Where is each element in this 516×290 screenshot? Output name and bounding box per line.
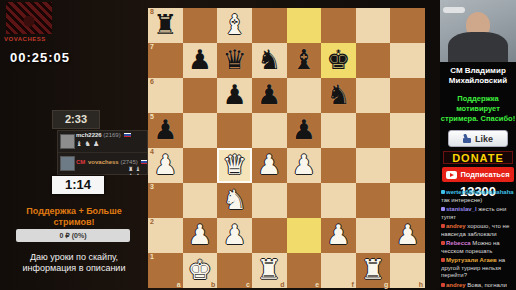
chat-message-2: andrey хорошо, что не навсегда заблокали — [441, 223, 515, 238]
square-a5[interactable]: 5♟ — [148, 113, 183, 148]
white-player-captured-pieces: ♜ ♝ ♟ ♟ ♟ — [128, 165, 147, 175]
black-player-avatar — [60, 134, 75, 149]
right-panel: СМ Владимир Михайловский Поддержка мотив… — [440, 0, 516, 290]
square-c7[interactable]: ♛ — [217, 43, 252, 78]
chat-username[interactable]: Rebecca — [446, 240, 472, 246]
square-b5[interactable] — [183, 113, 218, 148]
black-player-clock: 2:33 — [52, 110, 100, 129]
square-c6[interactable]: ♟ — [217, 78, 252, 113]
square-a1[interactable]: 1a — [148, 253, 183, 288]
square-b2[interactable]: ♟ — [183, 218, 218, 253]
chat-feed[interactable]: werten666ahahahahaha так интересне)stani… — [441, 189, 515, 289]
square-d6[interactable]: ♟ — [252, 78, 287, 113]
chat-message-0: werten666ahahahahaha так интересне) — [441, 189, 515, 204]
chat-message-5: andrey Вова, погнали штурмчик решаем — [441, 282, 515, 290]
youtube-play-icon — [446, 171, 457, 179]
square-e8[interactable] — [287, 8, 322, 43]
subscribe-button-label: Подписаться — [460, 170, 509, 179]
square-a3[interactable]: 3 — [148, 183, 183, 218]
chat-user-badge-icon — [441, 241, 445, 245]
white-player-avatar — [60, 156, 75, 171]
session-timer: 00:25:05 — [10, 50, 70, 65]
square-d4[interactable]: ♟ — [252, 148, 287, 183]
webcam-nickname-badge — [443, 7, 465, 13]
donate-button[interactable]: DONATE — [443, 151, 513, 164]
stream-overlay: VOVACHESS 00:25:05 2:33 mch2226 (2169) ♝… — [0, 0, 516, 290]
chat-username[interactable]: andrey — [446, 223, 467, 229]
square-e4[interactable]: ♟ — [287, 148, 322, 183]
square-b3[interactable] — [183, 183, 218, 218]
file-label-c: c — [246, 281, 250, 288]
black-player-captured-pieces: ♝ ♞ ♟ — [76, 140, 99, 148]
square-f8[interactable] — [321, 8, 356, 43]
white-bishop-c8[interactable]: ♝ — [217, 8, 252, 43]
square-a4[interactable]: 4♟ — [148, 148, 183, 183]
square-f1[interactable]: f — [321, 253, 356, 288]
square-e2[interactable] — [287, 218, 322, 253]
black-player-rating: (2169) — [103, 132, 120, 138]
white-pawn-c2[interactable]: ♟ — [217, 218, 252, 253]
white-player-clock: 1:14 — [52, 176, 104, 194]
webcam-view — [440, 0, 516, 62]
donation-goal-title: Поддержка + Больше стримов! — [0, 206, 148, 228]
black-pawn-a5[interactable]: ♟ — [148, 113, 183, 148]
square-c5[interactable] — [217, 113, 252, 148]
square-c2[interactable]: ♟ — [217, 218, 252, 253]
square-d1[interactable]: d♜ — [252, 253, 287, 288]
square-d7[interactable]: ♞ — [252, 43, 287, 78]
white-pawn-d4[interactable]: ♟ — [252, 148, 287, 183]
square-g5[interactable] — [356, 113, 391, 148]
square-h7[interactable] — [390, 43, 425, 78]
chat-user-badge-icon — [441, 224, 445, 228]
rank-label-7: 7 — [150, 43, 154, 50]
square-f2[interactable]: ♟ — [321, 218, 356, 253]
file-label-f: f — [351, 281, 353, 288]
black-player-flag-icon — [124, 133, 131, 137]
like-button[interactable]: Like — [448, 130, 508, 147]
white-pawn-b2[interactable]: ♟ — [183, 218, 218, 253]
player-row-black: mch2226 (2169) ♝ ♞ ♟ — [58, 131, 147, 153]
square-h6[interactable] — [390, 78, 425, 113]
chess-board[interactable]: 8♜♝7♟♛♞♝♚6♟♟♞5♟♟4♟♛♟♟3♞2♟♟♟♟1ab♚cd♜efg♜h — [148, 8, 425, 288]
square-h3[interactable] — [390, 183, 425, 218]
square-e6[interactable] — [287, 78, 322, 113]
square-g8[interactable] — [356, 8, 391, 43]
square-a6[interactable]: 6 — [148, 78, 183, 113]
chat-user-badge-icon — [441, 190, 445, 194]
lessons-info-text: Даю уроки по скайпу, информация в описан… — [0, 252, 148, 274]
square-c1[interactable]: c — [217, 253, 252, 288]
square-b8[interactable] — [183, 8, 218, 43]
chat-user-badge-icon — [441, 258, 445, 262]
square-b6[interactable] — [183, 78, 218, 113]
black-queen-c7[interactable]: ♛ — [217, 43, 252, 78]
square-h2[interactable]: ♟ — [390, 218, 425, 253]
white-player-flag-icon — [141, 160, 147, 164]
chat-username[interactable]: werten666ahahahahaha — [446, 189, 514, 195]
white-pawn-h2[interactable]: ♟ — [390, 218, 425, 253]
chat-username[interactable]: andrey — [446, 282, 467, 288]
rank-label-2: 2 — [150, 218, 154, 225]
black-pawn-d6[interactable]: ♟ — [252, 78, 287, 113]
white-rook-g1[interactable]: ♜ — [356, 253, 391, 288]
file-label-h: h — [419, 281, 423, 288]
black-knight-d7[interactable]: ♞ — [252, 43, 287, 78]
players-panel: mch2226 (2169) ♝ ♞ ♟ CM vovachess (2745)… — [57, 130, 148, 175]
white-queen-c4[interactable]: ♛ — [217, 148, 252, 183]
player-row-white: CM vovachess (2745) ♜ ♝ ♟ ♟ ♟ — [58, 153, 147, 175]
file-label-a: a — [177, 281, 181, 288]
black-player-name: mch2226 — [76, 132, 102, 138]
rank-label-6: 6 — [150, 78, 154, 85]
square-g6[interactable] — [356, 78, 391, 113]
square-c3[interactable]: ♞ — [217, 183, 252, 218]
chat-username[interactable]: stanislav_l — [446, 206, 478, 212]
square-h1[interactable]: h — [390, 253, 425, 288]
square-b7[interactable]: ♟ — [183, 43, 218, 78]
chat-message-1: stanislav_l жесть они тупят — [441, 206, 515, 221]
square-h4[interactable] — [390, 148, 425, 183]
square-b1[interactable]: b♚ — [183, 253, 218, 288]
square-h8[interactable] — [390, 8, 425, 43]
chat-user-badge-icon — [441, 207, 445, 211]
square-g7[interactable] — [356, 43, 391, 78]
square-b4[interactable] — [183, 148, 218, 183]
square-g2[interactable] — [356, 218, 391, 253]
donation-progress-bar: 0 ₽ (0%) — [16, 229, 130, 242]
white-pawn-e4[interactable]: ♟ — [287, 148, 322, 183]
square-e7[interactable]: ♝ — [287, 43, 322, 78]
square-e3[interactable] — [287, 183, 322, 218]
subscribe-button[interactable]: Подписаться — [442, 167, 514, 182]
white-player-title: CM — [76, 159, 85, 165]
streamer-body — [448, 32, 508, 62]
square-c8[interactable]: ♝ — [217, 8, 252, 43]
black-rook-a8[interactable]: ♜ — [148, 8, 183, 43]
white-king-b1[interactable]: ♚ — [183, 253, 218, 288]
square-h5[interactable] — [390, 113, 425, 148]
square-e1[interactable]: e — [287, 253, 322, 288]
white-player-name: vovachess — [88, 159, 119, 165]
square-f7[interactable]: ♚ — [321, 43, 356, 78]
square-g1[interactable]: g♜ — [356, 253, 391, 288]
channel-logo-text: VOVACHESS — [4, 36, 64, 42]
chat-text: так интересне) — [441, 197, 482, 203]
black-pawn-b7[interactable]: ♟ — [183, 43, 218, 78]
square-g3[interactable] — [356, 183, 391, 218]
like-button-label: Like — [475, 134, 493, 144]
support-message: Поддержка мотивирует стримера. Спасибо! — [440, 94, 516, 124]
square-d8[interactable] — [252, 8, 287, 43]
black-pawn-c6[interactable]: ♟ — [217, 78, 252, 113]
chat-message-4: Муртузали Агаев на другой турнир нельзя … — [441, 257, 515, 280]
square-a8[interactable]: 8♜ — [148, 8, 183, 43]
chat-message-3: Rebecca Можно на чесском порешать — [441, 240, 515, 255]
black-king-f7[interactable]: ♚ — [321, 43, 356, 78]
square-f5[interactable] — [321, 113, 356, 148]
thumbs-up-icon — [463, 134, 472, 143]
white-pawn-a4[interactable]: ♟ — [148, 148, 183, 183]
chat-username[interactable]: Муртузали Агаев — [446, 257, 498, 263]
file-label-e: e — [315, 281, 319, 288]
streamer-name: СМ Владимир Михайловский — [440, 62, 516, 86]
chat-user-badge-icon — [441, 283, 445, 287]
white-knight-c3[interactable]: ♞ — [217, 183, 252, 218]
white-pawn-f2[interactable]: ♟ — [321, 218, 356, 253]
black-knight-f6[interactable]: ♞ — [321, 78, 356, 113]
channel-logo — [6, 2, 52, 34]
square-a2[interactable]: 2 — [148, 218, 183, 253]
black-bishop-e7[interactable]: ♝ — [287, 43, 322, 78]
square-d5[interactable] — [252, 113, 287, 148]
square-d2[interactable] — [252, 218, 287, 253]
square-d3[interactable] — [252, 183, 287, 218]
square-g4[interactable] — [356, 148, 391, 183]
square-e5[interactable]: ♟ — [287, 113, 322, 148]
square-c4[interactable]: ♛ — [217, 148, 252, 183]
square-f3[interactable] — [321, 183, 356, 218]
white-rook-d1[interactable]: ♜ — [252, 253, 287, 288]
black-pawn-e5[interactable]: ♟ — [287, 113, 322, 148]
square-f4[interactable] — [321, 148, 356, 183]
square-f6[interactable]: ♞ — [321, 78, 356, 113]
square-a7[interactable]: 7 — [148, 43, 183, 78]
rank-label-1: 1 — [150, 253, 154, 260]
rank-label-3: 3 — [150, 183, 154, 190]
